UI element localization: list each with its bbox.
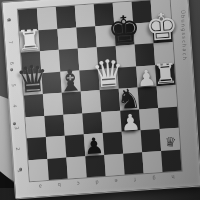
chessboard-photo: ♜♚♚♛♝♛♟♜♞♟♟♛ abcdefgh87654321 Übungsscha… xyxy=(0,0,200,200)
file-label-e: e xyxy=(114,178,117,184)
square-b1[interactable] xyxy=(47,157,67,180)
file-label-g: g xyxy=(152,175,156,181)
square-b6[interactable] xyxy=(40,50,60,73)
square-d6[interactable] xyxy=(78,47,98,70)
square-a6[interactable] xyxy=(21,51,41,74)
square-e1[interactable] xyxy=(104,153,124,176)
square-e6[interactable] xyxy=(97,46,117,69)
square-c8[interactable] xyxy=(56,6,76,29)
square-d2[interactable]: ♟ xyxy=(84,133,104,156)
square-a2[interactable] xyxy=(27,137,47,160)
board-grid: ♜♚♚♛♝♛♟♜♞♟♟♛ xyxy=(18,0,182,181)
piece-white-pawn: ♟ xyxy=(120,113,141,131)
frame-screw xyxy=(10,68,13,71)
square-h5[interactable]: ♜ xyxy=(155,63,175,86)
square-g3[interactable] xyxy=(139,108,159,131)
square-a1[interactable] xyxy=(28,158,48,181)
file-label-d: d xyxy=(95,179,99,185)
square-h6[interactable] xyxy=(154,42,174,65)
piece-white-rook: ♜ xyxy=(152,63,179,87)
square-d1[interactable] xyxy=(85,154,105,177)
chess-board: ♜♚♚♛♝♛♟♜♞♟♟♛ abcdefgh87654321 Übungsscha… xyxy=(1,0,200,199)
square-e3[interactable] xyxy=(101,110,121,133)
square-f5[interactable] xyxy=(117,66,137,89)
rank-label-5: 5 xyxy=(11,83,17,87)
square-g4[interactable] xyxy=(138,86,158,109)
rank-label-3: 3 xyxy=(14,126,20,130)
square-f1[interactable] xyxy=(123,152,143,175)
square-d7[interactable] xyxy=(76,26,96,49)
square-h4[interactable] xyxy=(157,85,177,108)
square-f2[interactable] xyxy=(122,130,142,153)
square-d3[interactable] xyxy=(82,112,102,135)
square-f4[interactable]: ♞ xyxy=(119,87,139,110)
square-g1[interactable] xyxy=(142,150,162,173)
rank-label-2: 2 xyxy=(15,147,21,151)
square-g7[interactable] xyxy=(133,22,153,45)
file-label-f: f xyxy=(133,177,135,183)
square-c6[interactable] xyxy=(59,49,79,72)
rank-label-6: 6 xyxy=(9,61,15,65)
frame-screw xyxy=(13,122,16,125)
rank-label-4: 4 xyxy=(12,104,18,108)
square-h3[interactable] xyxy=(158,106,178,129)
square-c2[interactable] xyxy=(65,134,85,157)
square-g8[interactable] xyxy=(132,0,152,23)
square-h7[interactable]: ♚ xyxy=(152,20,172,43)
square-a4[interactable] xyxy=(24,94,44,117)
file-label-c: c xyxy=(76,181,79,187)
maker-logo-icon: ♛ xyxy=(163,134,176,148)
square-a7[interactable]: ♜ xyxy=(19,30,39,53)
file-label-a: a xyxy=(38,183,41,189)
piece-black-pawn: ♟ xyxy=(84,137,105,155)
square-h1[interactable] xyxy=(161,149,181,172)
square-c7[interactable] xyxy=(57,27,77,50)
square-d5[interactable] xyxy=(79,69,99,92)
square-b5[interactable] xyxy=(41,71,61,94)
square-a5[interactable]: ♛ xyxy=(22,73,42,96)
square-f3[interactable]: ♟ xyxy=(120,109,140,132)
square-a8[interactable] xyxy=(18,8,38,31)
square-b4[interactable] xyxy=(43,93,63,116)
square-c3[interactable] xyxy=(63,113,83,136)
square-b2[interactable] xyxy=(46,136,66,159)
square-e2[interactable] xyxy=(103,132,123,155)
square-b7[interactable] xyxy=(38,28,58,51)
square-f7[interactable]: ♚ xyxy=(114,23,134,46)
square-c5[interactable]: ♝ xyxy=(60,70,80,93)
file-label-h: h xyxy=(171,174,175,180)
square-h8[interactable] xyxy=(151,0,171,22)
square-f8[interactable] xyxy=(113,2,133,25)
square-d4[interactable] xyxy=(81,90,101,113)
square-e4[interactable] xyxy=(100,89,120,112)
brand-text: Übungsschach xyxy=(180,10,188,61)
square-g2[interactable] xyxy=(141,129,161,152)
square-e8[interactable] xyxy=(94,3,114,26)
square-f6[interactable] xyxy=(116,45,136,68)
square-h2[interactable]: ♛ xyxy=(160,128,180,151)
square-b3[interactable] xyxy=(44,114,64,137)
piece-white-pawn: ♟ xyxy=(136,69,157,87)
square-e7[interactable] xyxy=(95,24,115,47)
square-g6[interactable] xyxy=(135,43,155,66)
square-d8[interactable] xyxy=(75,4,95,27)
square-e5[interactable]: ♛ xyxy=(98,67,118,90)
square-b8[interactable] xyxy=(37,7,57,30)
rank-label-7: 7 xyxy=(8,40,14,44)
square-c1[interactable] xyxy=(66,156,86,179)
file-label-b: b xyxy=(57,182,61,188)
square-g5[interactable]: ♟ xyxy=(136,65,156,88)
square-a3[interactable] xyxy=(25,116,45,139)
square-c4[interactable] xyxy=(62,91,82,114)
